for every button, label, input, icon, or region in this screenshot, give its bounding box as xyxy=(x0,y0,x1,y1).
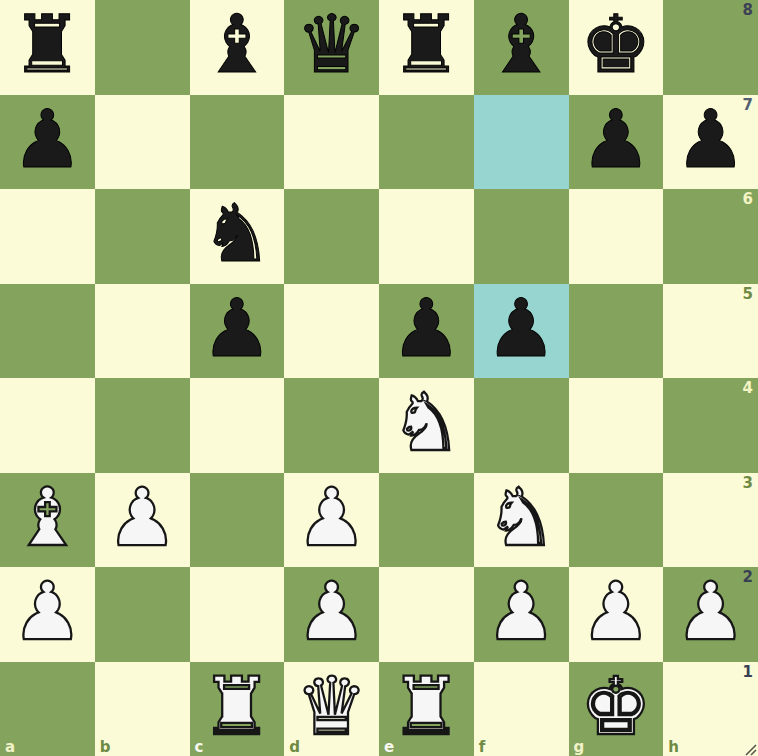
square-h6[interactable]: 6 xyxy=(663,189,758,284)
black-bishop-piece[interactable]: ♝ xyxy=(201,5,273,85)
square-d2[interactable]: ♟ xyxy=(284,567,379,662)
file-label-d: d xyxy=(289,739,300,756)
square-a3[interactable]: ♝ xyxy=(0,473,95,568)
black-pawn-piece[interactable]: ♟ xyxy=(580,100,652,180)
file-label-f: f xyxy=(479,739,486,756)
rank-label-3: 3 xyxy=(743,475,753,492)
white-pawn-piece[interactable]: ♟ xyxy=(580,572,652,652)
white-pawn-piece[interactable]: ♟ xyxy=(296,478,368,558)
square-e8[interactable]: ♜ xyxy=(379,0,474,95)
square-b7[interactable] xyxy=(95,95,190,190)
square-e1[interactable]: ♜e xyxy=(379,662,474,756)
black-queen-piece[interactable]: ♛ xyxy=(296,5,368,85)
square-f5[interactable]: ♟ xyxy=(474,284,569,379)
square-f2[interactable]: ♟ xyxy=(474,567,569,662)
file-label-e: e xyxy=(384,739,394,756)
square-b6[interactable] xyxy=(95,189,190,284)
square-f4[interactable] xyxy=(474,378,569,473)
square-g3[interactable] xyxy=(569,473,664,568)
square-d8[interactable]: ♛ xyxy=(284,0,379,95)
square-g8[interactable]: ♚ xyxy=(569,0,664,95)
square-f1[interactable]: f xyxy=(474,662,569,756)
square-f6[interactable] xyxy=(474,189,569,284)
white-pawn-piece[interactable]: ♟ xyxy=(296,572,368,652)
square-g6[interactable] xyxy=(569,189,664,284)
square-e3[interactable] xyxy=(379,473,474,568)
square-h3[interactable]: 3 xyxy=(663,473,758,568)
square-d1[interactable]: ♛d xyxy=(284,662,379,756)
square-d7[interactable] xyxy=(284,95,379,190)
square-g7[interactable]: ♟ xyxy=(569,95,664,190)
square-a2[interactable]: ♟ xyxy=(0,567,95,662)
square-a4[interactable] xyxy=(0,378,95,473)
file-label-a: a xyxy=(5,739,15,756)
square-e5[interactable]: ♟ xyxy=(379,284,474,379)
white-queen-piece[interactable]: ♛ xyxy=(296,667,368,747)
square-h5[interactable]: 5 xyxy=(663,284,758,379)
square-c8[interactable]: ♝ xyxy=(190,0,285,95)
square-b2[interactable] xyxy=(95,567,190,662)
file-label-g: g xyxy=(574,739,585,756)
square-g5[interactable] xyxy=(569,284,664,379)
white-knight-piece[interactable]: ♞ xyxy=(485,478,557,558)
square-a6[interactable] xyxy=(0,189,95,284)
black-pawn-piece[interactable]: ♟ xyxy=(485,289,557,369)
square-b5[interactable] xyxy=(95,284,190,379)
square-c3[interactable] xyxy=(190,473,285,568)
rank-label-6: 6 xyxy=(743,191,753,208)
square-h8[interactable]: 8 xyxy=(663,0,758,95)
square-g1[interactable]: ♚g xyxy=(569,662,664,756)
white-knight-piece[interactable]: ♞ xyxy=(391,383,463,463)
square-b8[interactable] xyxy=(95,0,190,95)
square-a1[interactable]: a xyxy=(0,662,95,756)
square-h7[interactable]: ♟7 xyxy=(663,95,758,190)
square-h4[interactable]: 4 xyxy=(663,378,758,473)
square-h2[interactable]: ♟2 xyxy=(663,567,758,662)
white-king-piece[interactable]: ♚ xyxy=(580,667,652,747)
square-b1[interactable]: b xyxy=(95,662,190,756)
chess-board: ♜♝♛♜♝♚8♟♟♟7♞6♟♟♟5♞4♝♟♟♞3♟♟♟♟♟2ab♜c♛d♜ef♚… xyxy=(0,0,758,756)
rank-label-1: 1 xyxy=(743,664,753,681)
file-label-c: c xyxy=(195,739,204,756)
square-b3[interactable]: ♟ xyxy=(95,473,190,568)
square-d6[interactable] xyxy=(284,189,379,284)
square-f3[interactable]: ♞ xyxy=(474,473,569,568)
file-label-h: h xyxy=(668,739,679,756)
square-d4[interactable] xyxy=(284,378,379,473)
square-e4[interactable]: ♞ xyxy=(379,378,474,473)
rank-label-5: 5 xyxy=(743,286,753,303)
white-pawn-piece[interactable]: ♟ xyxy=(675,572,747,652)
square-b4[interactable] xyxy=(95,378,190,473)
white-rook-piece[interactable]: ♜ xyxy=(201,667,273,747)
square-a8[interactable]: ♜ xyxy=(0,0,95,95)
white-bishop-piece[interactable]: ♝ xyxy=(12,478,84,558)
square-g2[interactable]: ♟ xyxy=(569,567,664,662)
square-c7[interactable] xyxy=(190,95,285,190)
rank-label-8: 8 xyxy=(743,2,753,19)
white-rook-piece[interactable]: ♜ xyxy=(391,667,463,747)
square-d3[interactable]: ♟ xyxy=(284,473,379,568)
square-c5[interactable]: ♟ xyxy=(190,284,285,379)
black-rook-piece[interactable]: ♜ xyxy=(12,5,84,85)
white-pawn-piece[interactable]: ♟ xyxy=(485,572,557,652)
square-a5[interactable] xyxy=(0,284,95,379)
square-c1[interactable]: ♜c xyxy=(190,662,285,756)
square-d5[interactable] xyxy=(284,284,379,379)
square-c4[interactable] xyxy=(190,378,285,473)
square-f7[interactable] xyxy=(474,95,569,190)
square-f8[interactable]: ♝ xyxy=(474,0,569,95)
black-pawn-piece[interactable]: ♟ xyxy=(675,100,747,180)
white-pawn-piece[interactable]: ♟ xyxy=(12,572,84,652)
file-label-b: b xyxy=(100,739,111,756)
black-king-piece[interactable]: ♚ xyxy=(580,5,652,85)
square-e6[interactable] xyxy=(379,189,474,284)
rank-label-7: 7 xyxy=(743,97,753,114)
resize-handle-icon[interactable] xyxy=(743,741,757,755)
rank-label-2: 2 xyxy=(743,569,753,586)
black-knight-piece[interactable]: ♞ xyxy=(201,194,273,274)
black-pawn-piece[interactable]: ♟ xyxy=(391,289,463,369)
square-g4[interactable] xyxy=(569,378,664,473)
square-a7[interactable]: ♟ xyxy=(0,95,95,190)
black-pawn-piece[interactable]: ♟ xyxy=(12,100,84,180)
square-e2[interactable] xyxy=(379,567,474,662)
rank-label-4: 4 xyxy=(743,380,753,397)
square-c6[interactable]: ♞ xyxy=(190,189,285,284)
square-e7[interactable] xyxy=(379,95,474,190)
black-pawn-piece[interactable]: ♟ xyxy=(201,289,273,369)
square-c2[interactable] xyxy=(190,567,285,662)
black-bishop-piece[interactable]: ♝ xyxy=(485,5,557,85)
black-rook-piece[interactable]: ♜ xyxy=(391,5,463,85)
white-pawn-piece[interactable]: ♟ xyxy=(106,478,178,558)
